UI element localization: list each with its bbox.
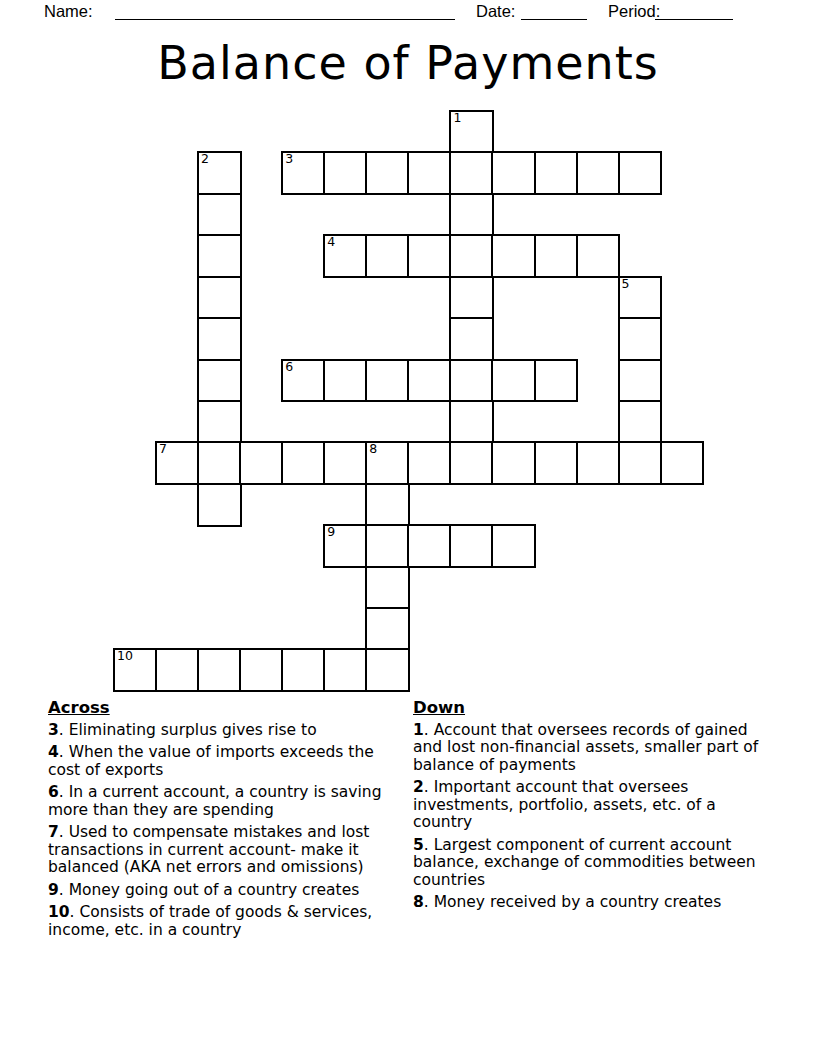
- grid-cell[interactable]: 5: [618, 276, 663, 320]
- grid-cell[interactable]: [323, 359, 368, 403]
- clue-number: 1: [453, 111, 461, 125]
- grid-cell[interactable]: [197, 400, 242, 444]
- grid-cell[interactable]: [534, 151, 579, 195]
- grid-cell[interactable]: [449, 524, 494, 568]
- clue-item: 5. Largest component of current account …: [413, 837, 775, 890]
- grid-cell[interactable]: [197, 483, 242, 527]
- grid-cell[interactable]: [407, 234, 452, 278]
- grid-cell[interactable]: [491, 234, 536, 278]
- grid-cell[interactable]: [491, 151, 536, 195]
- grid-cell[interactable]: [365, 234, 410, 278]
- grid-cell[interactable]: [618, 151, 663, 195]
- grid-cell[interactable]: [576, 234, 621, 278]
- clue-number: 4: [327, 235, 335, 249]
- grid-cell[interactable]: [407, 524, 452, 568]
- grid-cell[interactable]: [491, 524, 536, 568]
- grid-cell[interactable]: [449, 359, 494, 403]
- grid-cell[interactable]: [618, 400, 663, 444]
- clue-item: 9. Money going out of a country creates: [48, 882, 410, 900]
- grid-cell[interactable]: [197, 441, 242, 485]
- clue-item: 8. Money received by a country creates: [413, 894, 775, 912]
- down-clues-list: 1. Account that oversees records of gain…: [413, 722, 775, 912]
- clue-item: 2. Important account that oversees inves…: [413, 779, 775, 832]
- period-label: Period:: [608, 2, 660, 21]
- grid-cell[interactable]: [197, 193, 242, 237]
- grid-cell[interactable]: [197, 317, 242, 361]
- grid-cell[interactable]: [365, 524, 410, 568]
- grid-cell[interactable]: [281, 648, 326, 692]
- clue-item: 1. Account that oversees records of gain…: [413, 722, 775, 775]
- grid-cell[interactable]: [449, 151, 494, 195]
- grid-cell[interactable]: [323, 648, 368, 692]
- grid-cell[interactable]: [491, 441, 536, 485]
- grid-cell[interactable]: [323, 441, 368, 485]
- down-clues-section: Down 1. Account that oversees records of…: [413, 699, 775, 917]
- grid-cell[interactable]: [365, 607, 410, 651]
- clue-item: 10. Consists of trade of goods & service…: [48, 904, 410, 939]
- grid-cell[interactable]: [534, 234, 579, 278]
- grid-cell[interactable]: [407, 359, 452, 403]
- across-heading: Across: [48, 699, 410, 717]
- clue-item: 3. Eliminating surplus gives rise to: [48, 722, 410, 740]
- grid-cell[interactable]: [576, 441, 621, 485]
- grid-cell[interactable]: [239, 648, 284, 692]
- grid-cell[interactable]: [534, 359, 579, 403]
- across-clues-list: 3. Eliminating surplus gives rise to4. W…: [48, 722, 410, 940]
- clue-number: 8: [369, 442, 377, 456]
- clue-item: 4. When the value of imports exceeds the…: [48, 744, 410, 779]
- grid-cell[interactable]: [449, 193, 494, 237]
- grid-cell[interactable]: 10: [113, 648, 158, 692]
- grid-cell[interactable]: [365, 359, 410, 403]
- grid-cell[interactable]: 7: [155, 441, 200, 485]
- across-clues-section: Across 3. Eliminating surplus gives rise…: [48, 699, 410, 944]
- clue-number: 7: [159, 442, 167, 456]
- grid-cell[interactable]: [491, 359, 536, 403]
- grid-cell[interactable]: [323, 151, 368, 195]
- date-blank[interactable]: [521, 1, 587, 20]
- grid-cell[interactable]: 2: [197, 151, 242, 195]
- grid-cell[interactable]: [618, 441, 663, 485]
- grid-cell[interactable]: [365, 151, 410, 195]
- grid-cell[interactable]: 4: [323, 234, 368, 278]
- down-heading: Down: [413, 699, 775, 717]
- period-blank[interactable]: [655, 1, 733, 20]
- grid-cell[interactable]: [197, 234, 242, 278]
- grid-cell[interactable]: [407, 151, 452, 195]
- grid-cell[interactable]: [618, 359, 663, 403]
- crossword-grid: 12345678910: [113, 110, 705, 694]
- clue-number: 6: [285, 360, 293, 374]
- grid-cell[interactable]: [239, 441, 284, 485]
- clue-item: 7. Used to compensate mistakes and lost …: [48, 824, 410, 877]
- name-label: Name:: [44, 2, 93, 21]
- grid-cell[interactable]: 1: [449, 110, 494, 154]
- grid-cell[interactable]: [449, 276, 494, 320]
- clue-number: 2: [201, 152, 209, 166]
- grid-cell[interactable]: [449, 400, 494, 444]
- grid-cell[interactable]: [155, 648, 200, 692]
- clue-number: 9: [327, 525, 335, 539]
- grid-cell[interactable]: [365, 648, 410, 692]
- grid-cell[interactable]: [449, 234, 494, 278]
- grid-cell[interactable]: [365, 483, 410, 527]
- grid-cell[interactable]: [576, 151, 621, 195]
- grid-cell[interactable]: [618, 317, 663, 361]
- grid-cell[interactable]: [197, 276, 242, 320]
- grid-cell[interactable]: [449, 441, 494, 485]
- clue-number: 10: [117, 649, 133, 663]
- grid-cell[interactable]: 8: [365, 441, 410, 485]
- worksheet-page: Name: Date: Period: Balance of Payments …: [0, 0, 816, 1056]
- clue-item: 6. In a current account, a country is sa…: [48, 784, 410, 819]
- grid-cell[interactable]: [660, 441, 705, 485]
- clue-number: 5: [622, 277, 630, 291]
- grid-cell[interactable]: [449, 317, 494, 361]
- date-label: Date:: [476, 2, 515, 21]
- grid-cell[interactable]: [407, 441, 452, 485]
- grid-cell[interactable]: 6: [281, 359, 326, 403]
- puzzle-title: Balance of Payments: [0, 36, 816, 90]
- grid-cell[interactable]: [197, 648, 242, 692]
- grid-cell[interactable]: [534, 441, 579, 485]
- clue-number: 3: [285, 152, 293, 166]
- grid-cell[interactable]: [365, 566, 410, 610]
- name-blank[interactable]: [115, 1, 455, 20]
- grid-cell[interactable]: [197, 359, 242, 403]
- grid-cell[interactable]: 3: [281, 151, 326, 195]
- grid-cell[interactable]: 9: [323, 524, 368, 568]
- grid-cell[interactable]: [281, 441, 326, 485]
